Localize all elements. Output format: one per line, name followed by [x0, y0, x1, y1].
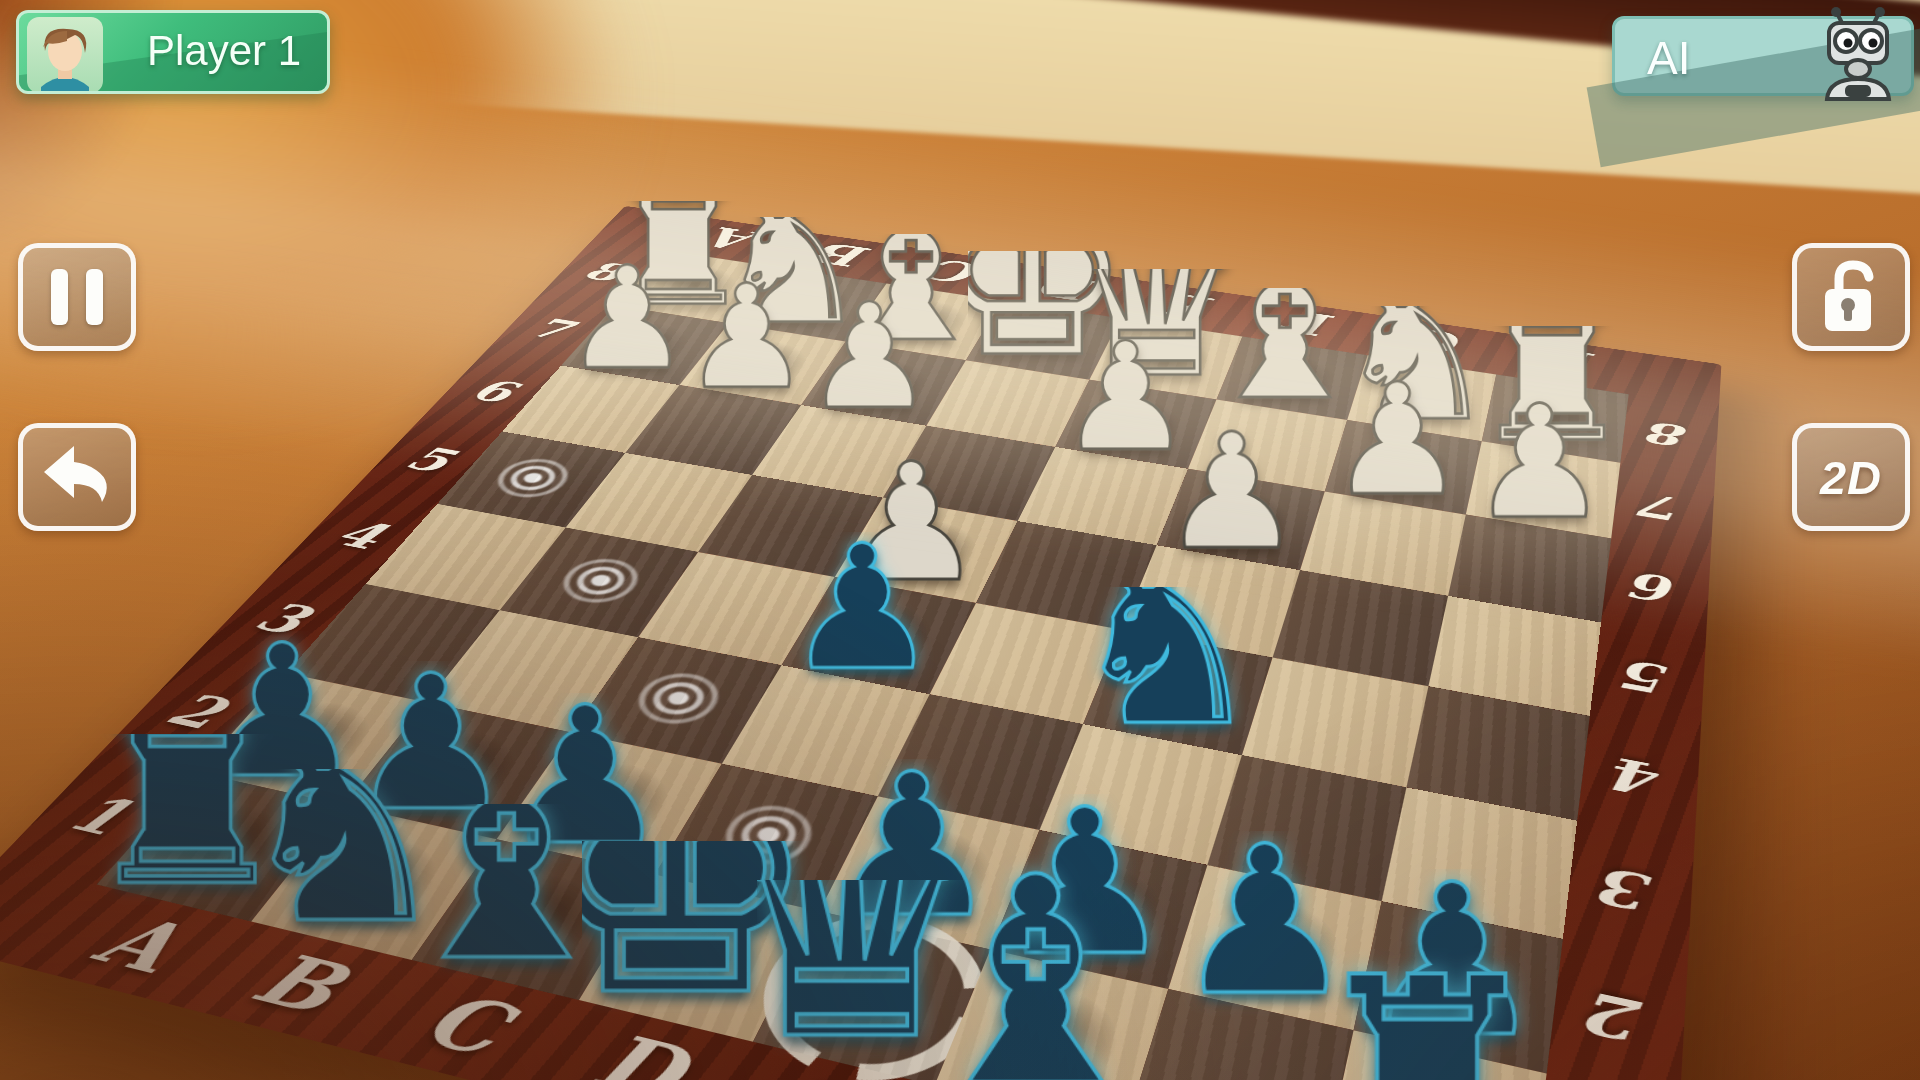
view-2d-button[interactable]: 2D: [1792, 423, 1910, 531]
unlock-icon: [1819, 259, 1883, 335]
pause-button[interactable]: [18, 243, 136, 351]
undo-button[interactable]: [18, 423, 136, 531]
square-h1[interactable]: ♜: [1321, 1030, 1546, 1080]
piece-white-bishop-f1[interactable]: ♝: [938, 920, 1133, 1080]
piece-black-pawn-b7[interactable]: ♟: [682, 274, 812, 404]
piece-black-pawn-g7[interactable]: ♟: [1328, 372, 1468, 512]
square-f1[interactable]: ♝: [935, 949, 1169, 1080]
piece-black-pawn-h7[interactable]: ♟: [1469, 394, 1611, 536]
ai-banner: AI: [1612, 16, 1914, 96]
piece-glyph: ♟: [1329, 370, 1467, 511]
player1-banner: Player 1: [16, 10, 330, 94]
piece-white-pawn-d4[interactable]: ♟: [784, 532, 940, 688]
game-screen: ♜♞♝♚♛♝♞♜♟♟♟♟♟♟♟♟♟♞♟♟♟♟♟♟♟♜♞♝♚♛♝♜ AABBCCD…: [0, 0, 1920, 1080]
square-h7[interactable]: ♟: [1466, 441, 1621, 538]
piece-white-knight-f4[interactable]: ♞: [1086, 587, 1247, 748]
pause-icon: [51, 269, 103, 325]
piece-black-pawn-c7[interactable]: ♟: [804, 293, 936, 425]
square-g6[interactable]: [1300, 491, 1466, 595]
piece-glyph: ♟: [1470, 392, 1610, 536]
piece-glyph: ♝: [908, 852, 1164, 1080]
lock-button[interactable]: [1792, 243, 1910, 351]
square-f4[interactable]: ♞: [1083, 630, 1273, 755]
player1-name: Player 1: [147, 27, 301, 75]
undo-arrow-icon: [40, 444, 114, 510]
piece-glyph: ♟: [785, 531, 939, 689]
piece-glyph: ♜: [1303, 953, 1552, 1080]
piece-white-rook-h1[interactable]: ♜: [1326, 1005, 1529, 1080]
view-2d-label: 2D: [1820, 450, 1882, 505]
robot-icon: [1815, 7, 1901, 107]
player1-avatar: [27, 17, 103, 93]
piece-glyph: ♟: [683, 273, 811, 404]
boy-avatar-icon: [27, 17, 103, 93]
piece-glyph: ♞: [1068, 545, 1266, 748]
piece-glyph: ♟: [804, 291, 934, 424]
move-hint-ring-b4[interactable]: [534, 545, 666, 618]
ai-name: AI: [1647, 31, 1690, 85]
